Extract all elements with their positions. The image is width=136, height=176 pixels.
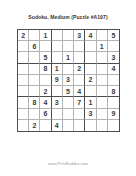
cell-r2c5-empty[interactable] [63, 41, 74, 52]
cell-r2c7-empty[interactable] [85, 41, 96, 52]
cell-r7c2-given: 8 [29, 97, 40, 108]
cell-r3c4-empty[interactable] [52, 52, 63, 63]
cell-r3c9-given: 3 [108, 52, 119, 63]
cell-r1c7-given: 4 [85, 30, 96, 41]
cell-r4c9-given: 4 [108, 64, 119, 75]
cell-r7c6-given: 7 [74, 97, 85, 108]
cell-r6c2-empty[interactable] [29, 86, 40, 97]
cell-r1c5-empty[interactable] [63, 30, 74, 41]
cell-r2c8-given: 1 [97, 41, 108, 52]
cell-r6c3-given: 2 [40, 86, 51, 97]
cell-r2c1-empty[interactable] [18, 41, 29, 52]
cell-r6c7-empty[interactable] [85, 86, 96, 97]
cell-r7c8-empty[interactable] [97, 97, 108, 108]
cell-r5c5-given: 3 [63, 75, 74, 86]
cell-r3c2-empty[interactable] [29, 52, 40, 63]
cell-r4c7-empty[interactable] [85, 64, 96, 75]
cell-r9c8-empty[interactable] [97, 120, 108, 131]
cell-r9c1-empty[interactable] [18, 120, 29, 131]
cell-r2c9-empty[interactable] [108, 41, 119, 52]
cell-r4c4-given: 1 [52, 64, 63, 75]
cell-r2c2-given: 6 [29, 41, 40, 52]
puzzle-title: Sudoku, Medium (Puzzle #A197) [0, 14, 136, 20]
cell-r2c4-empty[interactable] [52, 41, 63, 52]
cell-r4c1-empty[interactable] [18, 64, 29, 75]
cell-r7c4-given: 3 [52, 97, 63, 108]
cell-r8c2-empty[interactable] [29, 109, 40, 120]
cell-r1c6-given: 3 [74, 30, 85, 41]
cell-r6c1-empty[interactable] [18, 86, 29, 97]
cell-r8c7-given: 3 [85, 109, 96, 120]
cell-r9c4-given: 4 [52, 120, 63, 131]
cell-r5c4-given: 9 [52, 75, 63, 86]
cell-r8c4-empty[interactable] [52, 109, 63, 120]
cell-r1c3-given: 1 [40, 30, 51, 41]
cell-r9c7-empty[interactable] [85, 120, 96, 131]
cell-r9c9-empty[interactable] [108, 120, 119, 131]
cell-r6c6-given: 4 [74, 86, 85, 97]
cell-r1c4-empty[interactable] [52, 30, 63, 41]
footer-url: www.PrintSudoku.com [0, 161, 136, 166]
cell-r3c1-empty[interactable] [18, 52, 29, 63]
cell-r7c9-empty[interactable] [108, 97, 119, 108]
cell-r8c6-empty[interactable] [74, 109, 85, 120]
cell-r3c7-empty[interactable] [85, 52, 96, 63]
cell-r9c3-empty[interactable] [40, 120, 51, 131]
cell-r3c3-given: 5 [40, 52, 51, 63]
cell-r8c8-empty[interactable] [97, 109, 108, 120]
cell-r9c2-given: 2 [29, 120, 40, 131]
cell-r4c8-empty[interactable] [97, 64, 108, 75]
cell-r3c5-given: 1 [63, 52, 74, 63]
cell-r1c1-given: 2 [18, 30, 29, 41]
page: Sudoku, Medium (Puzzle #A197) 2134561513… [0, 0, 136, 176]
cell-r5c6-empty[interactable] [74, 75, 85, 86]
cell-r1c8-empty[interactable] [97, 30, 108, 41]
cell-r5c3-empty[interactable] [40, 75, 51, 86]
cell-r9c6-empty[interactable] [74, 120, 85, 131]
cell-r7c3-given: 4 [40, 97, 51, 108]
cell-r4c6-given: 2 [74, 64, 85, 75]
cell-r8c5-empty[interactable] [63, 109, 74, 120]
cell-r6c8-empty[interactable] [97, 86, 108, 97]
cell-r7c7-given: 1 [85, 97, 96, 108]
cell-r4c2-empty[interactable] [29, 64, 40, 75]
cell-r4c5-empty[interactable] [63, 64, 74, 75]
cell-r7c1-empty[interactable] [18, 97, 29, 108]
cell-r8c3-given: 6 [40, 109, 51, 120]
cell-r3c8-empty[interactable] [97, 52, 108, 63]
cell-r9c5-empty[interactable] [63, 120, 74, 131]
cell-r5c2-empty[interactable] [29, 75, 40, 86]
cell-r8c9-given: 9 [108, 109, 119, 120]
cell-r3c6-empty[interactable] [74, 52, 85, 63]
cell-r5c8-empty[interactable] [97, 75, 108, 86]
cell-r6c5-given: 5 [63, 86, 74, 97]
cell-r4c3-given: 8 [40, 64, 51, 75]
cell-r7c5-empty[interactable] [63, 97, 74, 108]
sudoku-grid: 2134561513812493225488437163924 [17, 29, 120, 132]
cell-r2c6-empty[interactable] [74, 41, 85, 52]
cell-r6c9-given: 8 [108, 86, 119, 97]
cell-r5c1-empty[interactable] [18, 75, 29, 86]
cell-r8c1-empty[interactable] [18, 109, 29, 120]
cell-r1c9-given: 5 [108, 30, 119, 41]
cell-r6c4-empty[interactable] [52, 86, 63, 97]
cell-r5c9-empty[interactable] [108, 75, 119, 86]
cell-r2c3-empty[interactable] [40, 41, 51, 52]
cell-r1c2-empty[interactable] [29, 30, 40, 41]
cell-r5c7-given: 2 [85, 75, 96, 86]
